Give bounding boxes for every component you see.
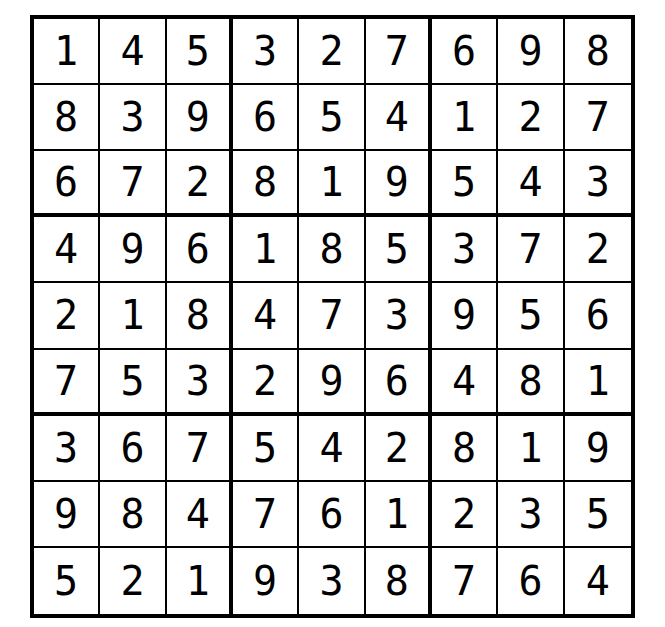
sudoku-cell-r8c2[interactable]: 8 xyxy=(100,482,166,548)
sudoku-cell-r2c6[interactable]: 4 xyxy=(366,85,432,151)
sudoku-cell-r5c6[interactable]: 3 xyxy=(366,283,432,349)
sudoku-cell-r5c8[interactable]: 5 xyxy=(498,283,564,349)
sudoku-cell-r6c7[interactable]: 4 xyxy=(432,350,498,416)
sudoku-cell-r5c5[interactable]: 7 xyxy=(299,283,365,349)
sudoku-cell-r8c7[interactable]: 2 xyxy=(432,482,498,548)
sudoku-cell-r5c9[interactable]: 6 xyxy=(565,283,631,349)
sudoku-cell-r8c3[interactable]: 4 xyxy=(167,482,233,548)
sudoku-cell-r8c4[interactable]: 7 xyxy=(233,482,299,548)
sudoku-cell-r5c3[interactable]: 8 xyxy=(167,283,233,349)
sudoku-cell-r9c1[interactable]: 5 xyxy=(34,548,100,614)
sudoku-board: 1453276988396541276728195434961853722184… xyxy=(30,15,635,618)
sudoku-cell-r9c9[interactable]: 4 xyxy=(565,548,631,614)
sudoku-cell-r9c5[interactable]: 3 xyxy=(299,548,365,614)
sudoku-cell-r9c8[interactable]: 6 xyxy=(498,548,564,614)
sudoku-cell-r1c3[interactable]: 5 xyxy=(167,19,233,85)
sudoku-cell-r9c2[interactable]: 2 xyxy=(100,548,166,614)
sudoku-cell-r5c7[interactable]: 9 xyxy=(432,283,498,349)
sudoku-cell-r3c2[interactable]: 7 xyxy=(100,151,166,217)
sudoku-cell-r1c4[interactable]: 3 xyxy=(233,19,299,85)
sudoku-cell-r6c2[interactable]: 5 xyxy=(100,350,166,416)
sudoku-cell-r2c9[interactable]: 7 xyxy=(565,85,631,151)
sudoku-cell-r4c2[interactable]: 9 xyxy=(100,217,166,283)
sudoku-cell-r7c3[interactable]: 7 xyxy=(167,416,233,482)
sudoku-cell-r6c5[interactable]: 9 xyxy=(299,350,365,416)
sudoku-cell-r1c5[interactable]: 2 xyxy=(299,19,365,85)
sudoku-cell-r8c8[interactable]: 3 xyxy=(498,482,564,548)
sudoku-cell-r8c5[interactable]: 6 xyxy=(299,482,365,548)
sudoku-cell-r4c4[interactable]: 1 xyxy=(233,217,299,283)
sudoku-cell-r6c8[interactable]: 8 xyxy=(498,350,564,416)
sudoku-cell-r6c9[interactable]: 1 xyxy=(565,350,631,416)
sudoku-cell-r7c6[interactable]: 2 xyxy=(366,416,432,482)
sudoku-cell-r1c8[interactable]: 9 xyxy=(498,19,564,85)
sudoku-cell-r3c3[interactable]: 2 xyxy=(167,151,233,217)
sudoku-cell-r1c7[interactable]: 6 xyxy=(432,19,498,85)
sudoku-cell-r3c7[interactable]: 5 xyxy=(432,151,498,217)
sudoku-cell-r5c4[interactable]: 4 xyxy=(233,283,299,349)
sudoku-cell-r8c9[interactable]: 5 xyxy=(565,482,631,548)
sudoku-cell-r4c1[interactable]: 4 xyxy=(34,217,100,283)
sudoku-cell-r2c2[interactable]: 3 xyxy=(100,85,166,151)
sudoku-cell-r1c1[interactable]: 1 xyxy=(34,19,100,85)
sudoku-cell-r2c4[interactable]: 6 xyxy=(233,85,299,151)
sudoku-cell-r7c8[interactable]: 1 xyxy=(498,416,564,482)
sudoku-cell-r6c4[interactable]: 2 xyxy=(233,350,299,416)
sudoku-cell-r3c1[interactable]: 6 xyxy=(34,151,100,217)
sudoku-cell-r2c1[interactable]: 8 xyxy=(34,85,100,151)
sudoku-cell-r7c9[interactable]: 9 xyxy=(565,416,631,482)
sudoku-cell-r5c2[interactable]: 1 xyxy=(100,283,166,349)
sudoku-cell-r4c3[interactable]: 6 xyxy=(167,217,233,283)
sudoku-cell-r7c4[interactable]: 5 xyxy=(233,416,299,482)
sudoku-cell-r9c7[interactable]: 7 xyxy=(432,548,498,614)
sudoku-cell-r4c6[interactable]: 5 xyxy=(366,217,432,283)
sudoku-cell-r3c4[interactable]: 8 xyxy=(233,151,299,217)
sudoku-cell-r6c1[interactable]: 7 xyxy=(34,350,100,416)
sudoku-cell-r6c6[interactable]: 6 xyxy=(366,350,432,416)
sudoku-cell-r3c8[interactable]: 4 xyxy=(498,151,564,217)
sudoku-cell-r8c1[interactable]: 9 xyxy=(34,482,100,548)
sudoku-cell-r9c3[interactable]: 1 xyxy=(167,548,233,614)
sudoku-cell-r3c9[interactable]: 3 xyxy=(565,151,631,217)
sudoku-cell-r9c6[interactable]: 8 xyxy=(366,548,432,614)
sudoku-cell-r7c5[interactable]: 4 xyxy=(299,416,365,482)
sudoku-cell-r1c2[interactable]: 4 xyxy=(100,19,166,85)
sudoku-cell-r2c8[interactable]: 2 xyxy=(498,85,564,151)
sudoku-cell-r8c6[interactable]: 1 xyxy=(366,482,432,548)
sudoku-cell-r4c7[interactable]: 3 xyxy=(432,217,498,283)
sudoku-cell-r3c6[interactable]: 9 xyxy=(366,151,432,217)
sudoku-cell-r4c8[interactable]: 7 xyxy=(498,217,564,283)
sudoku-cell-r4c5[interactable]: 8 xyxy=(299,217,365,283)
sudoku-cell-r7c2[interactable]: 6 xyxy=(100,416,166,482)
sudoku-cell-r2c3[interactable]: 9 xyxy=(167,85,233,151)
sudoku-cell-r1c6[interactable]: 7 xyxy=(366,19,432,85)
sudoku-cell-r3c5[interactable]: 1 xyxy=(299,151,365,217)
sudoku-cell-r7c1[interactable]: 3 xyxy=(34,416,100,482)
sudoku-cell-r2c7[interactable]: 1 xyxy=(432,85,498,151)
sudoku-cell-r6c3[interactable]: 3 xyxy=(167,350,233,416)
sudoku-cell-r1c9[interactable]: 8 xyxy=(565,19,631,85)
sudoku-cell-r4c9[interactable]: 2 xyxy=(565,217,631,283)
sudoku-cell-r5c1[interactable]: 2 xyxy=(34,283,100,349)
sudoku-cell-r7c7[interactable]: 8 xyxy=(432,416,498,482)
sudoku-cell-r9c4[interactable]: 9 xyxy=(233,548,299,614)
sudoku-cell-r2c5[interactable]: 5 xyxy=(299,85,365,151)
